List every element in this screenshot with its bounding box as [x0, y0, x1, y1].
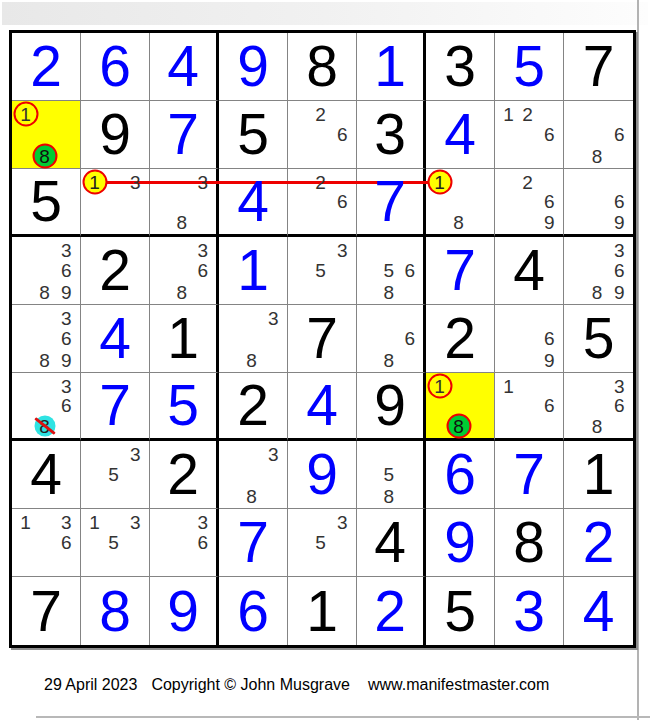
cell-r5c5[interactable]: 7: [288, 305, 357, 373]
cell-r5c3[interactable]: 1: [150, 305, 219, 373]
candidate-6: 6: [609, 190, 630, 211]
candidate-8-cyan-slash: 8: [34, 416, 55, 437]
cell-r8c6[interactable]: 4: [357, 509, 426, 577]
cell-r2c8[interactable]: 126: [495, 101, 564, 169]
candidate-6: 6: [539, 327, 560, 348]
footer: 29 April 2023Copyright © John Musgraveww…: [44, 676, 549, 694]
cell-r7c1[interactable]: 4: [12, 441, 81, 509]
given-digit: 7: [288, 305, 356, 372]
candidate-5: 5: [103, 531, 124, 552]
candidate-3: 3: [56, 512, 77, 533]
cell-r6c3[interactable]: 5: [150, 373, 219, 441]
candidate-6: 6: [192, 259, 213, 280]
cell-r1c5[interactable]: 8: [288, 33, 357, 101]
candidate-8: 8: [378, 349, 399, 370]
footer-website: www.manifestmaster.com: [368, 676, 549, 693]
candidate-3: 3: [125, 172, 146, 193]
candidate-6: 6: [56, 394, 77, 415]
solved-digit: 9: [219, 33, 287, 100]
cell-r9c6[interactable]: 2: [357, 577, 426, 645]
candidate-9: 9: [539, 212, 560, 233]
cell-r4c4[interactable]: 1: [219, 237, 288, 305]
given-digit: 3: [426, 33, 494, 100]
cell-r3c4[interactable]: 4: [219, 169, 288, 237]
cell-r9c7[interactable]: 5: [426, 577, 495, 645]
solved-digit: 2: [12, 33, 80, 100]
candidate-8: 8: [171, 212, 192, 233]
cell-r4c7[interactable]: 7: [426, 237, 495, 305]
given-digit: 8: [495, 509, 563, 576]
candidate-6: 6: [609, 394, 630, 415]
cell-r8c1[interactable]: 136: [12, 509, 81, 577]
cell-r3c1[interactable]: 5: [12, 169, 81, 237]
candidate-9: 9: [539, 349, 560, 370]
given-digit: 5: [219, 101, 287, 168]
cell-r9c8[interactable]: 3: [495, 577, 564, 645]
candidate-1: 1: [84, 512, 105, 533]
solved-digit: 2: [357, 577, 423, 645]
cell-r1c7[interactable]: 3: [426, 33, 495, 101]
solved-digit: 4: [564, 577, 633, 645]
cell-r2c9[interactable]: 68: [564, 101, 633, 169]
cell-r1c3[interactable]: 4: [150, 33, 219, 101]
cell-r7c4[interactable]: 38: [219, 441, 288, 509]
cell-r8c3[interactable]: 36: [150, 509, 219, 577]
cell-r9c4[interactable]: 6: [219, 577, 288, 645]
given-digit: 7: [12, 577, 80, 645]
candidate-5: 5: [103, 463, 124, 484]
candidate-5: 5: [378, 463, 399, 484]
given-digit: 2: [150, 441, 216, 508]
candidate-6: 6: [609, 259, 630, 280]
candidate-9: 9: [56, 349, 77, 370]
solved-digit: 4: [288, 373, 356, 438]
given-digit: 3: [357, 101, 423, 168]
candidate-8: 8: [378, 281, 399, 302]
footer-date: 29 April 2023: [44, 676, 137, 693]
given-digit: 1: [150, 305, 216, 372]
cell-r6c8[interactable]: 16: [495, 373, 564, 441]
cell-r5c8[interactable]: 69: [495, 305, 564, 373]
cell-r3c9[interactable]: 69: [564, 169, 633, 237]
cell-r3c8[interactable]: 269: [495, 169, 564, 237]
candidate-2: 2: [310, 104, 331, 125]
candidate-2: 2: [310, 172, 331, 193]
cell-r2c5[interactable]: 26: [288, 101, 357, 169]
candidate-9: 9: [609, 281, 630, 302]
cell-r9c9[interactable]: 4: [564, 577, 633, 645]
candidate-1: 1: [498, 376, 519, 397]
candidate-3: 3: [609, 376, 630, 397]
solved-digit: 9: [426, 509, 494, 576]
cell-r4c1[interactable]: 3689: [12, 237, 81, 305]
candidate-6: 6: [56, 259, 77, 280]
cell-r3c7[interactable]: 18: [426, 169, 495, 237]
cell-r9c2[interactable]: 8: [81, 577, 150, 645]
candidate-3: 3: [56, 308, 77, 329]
given-digit: 5: [564, 305, 633, 372]
candidate-6: 6: [609, 123, 630, 144]
candidate-6: 6: [192, 531, 213, 552]
candidate-8: 8: [241, 349, 262, 370]
solved-digit: 6: [81, 33, 149, 100]
solved-digit: 7: [219, 509, 287, 576]
solved-digit: 7: [426, 237, 494, 304]
solved-digit: 7: [81, 373, 149, 438]
candidate-6: 6: [56, 531, 77, 552]
cell-r4c6[interactable]: 568: [357, 237, 426, 305]
cell-r3c5[interactable]: 26: [288, 169, 357, 237]
footer-copyright: Copyright © John Musgrave: [151, 676, 350, 693]
candidate-6: 6: [539, 394, 560, 415]
candidate-8: 8: [448, 212, 469, 233]
given-digit: 5: [12, 169, 80, 234]
candidate-3: 3: [332, 240, 353, 261]
candidate-1-yellow-disc: 1: [82, 170, 107, 195]
cell-r4c9[interactable]: 3689: [564, 237, 633, 305]
given-digit: 9: [357, 373, 423, 438]
candidate-3: 3: [56, 376, 77, 397]
candidate-3: 3: [56, 240, 77, 261]
solved-digit: 6: [219, 577, 287, 645]
cell-r8c7[interactable]: 9: [426, 509, 495, 577]
candidate-3: 3: [609, 240, 630, 261]
cell-r6c1[interactable]: 368: [12, 373, 81, 441]
cell-r2c7[interactable]: 4: [426, 101, 495, 169]
solved-digit: 4: [219, 169, 287, 234]
candidate-6: 6: [332, 123, 353, 144]
cell-r1c2[interactable]: 6: [81, 33, 150, 101]
cell-r9c5[interactable]: 1: [288, 577, 357, 645]
cell-r4c5[interactable]: 35: [288, 237, 357, 305]
cell-r5c1[interactable]: 3689: [12, 305, 81, 373]
given-digit: 1: [564, 441, 633, 508]
candidate-6: 6: [56, 327, 77, 348]
given-digit: 5: [426, 577, 494, 645]
candidate-6: 6: [539, 123, 560, 144]
cell-r3c6[interactable]: 7: [357, 169, 426, 237]
candidate-1-red-ring: 1: [427, 374, 452, 399]
given-digit: 4: [12, 441, 80, 508]
solved-digit: 7: [150, 101, 216, 168]
candidate-8: 8: [587, 281, 608, 302]
cell-r1c1[interactable]: 2: [12, 33, 81, 101]
cell-r6c4[interactable]: 2: [219, 373, 288, 441]
given-digit: 9: [81, 101, 149, 168]
cell-r4c8[interactable]: 4: [495, 237, 564, 305]
solved-digit: 5: [495, 33, 563, 100]
candidate-5: 5: [310, 259, 331, 280]
cell-r9c1[interactable]: 7: [12, 577, 81, 645]
cell-r6c7[interactable]: 18: [426, 373, 495, 441]
candidate-3: 3: [192, 512, 213, 533]
candidate-6: 6: [332, 190, 353, 211]
given-digit: 8: [288, 33, 356, 100]
candidate-9: 9: [609, 212, 630, 233]
cell-r2c3[interactable]: 7: [150, 101, 219, 169]
cell-r8c2[interactable]: 135: [81, 509, 150, 577]
candidate-3: 3: [192, 172, 213, 193]
solved-digit: 4: [81, 305, 149, 372]
solved-digit: 1: [219, 237, 287, 304]
cell-r3c2[interactable]: 13: [81, 169, 150, 237]
cell-r7c5[interactable]: 9: [288, 441, 357, 509]
candidate-1: 1: [15, 512, 36, 533]
candidate-3: 3: [125, 444, 146, 465]
solved-digit: 9: [150, 577, 216, 645]
cell-r4c2[interactable]: 2: [81, 237, 150, 305]
cell-r3c3[interactable]: 38: [150, 169, 219, 237]
candidate-2: 2: [517, 172, 538, 193]
candidate-8: 8: [241, 485, 262, 506]
cell-r1c9[interactable]: 7: [564, 33, 633, 101]
cell-r5c6[interactable]: 68: [357, 305, 426, 373]
candidate-8: 8: [587, 145, 608, 166]
candidate-6: 6: [399, 259, 420, 280]
given-digit: 4: [495, 237, 563, 304]
candidate-2: 2: [517, 104, 538, 125]
window-right-edge: [637, 0, 639, 720]
candidate-8-green-disc: 8: [446, 414, 471, 439]
solved-digit: 4: [426, 101, 494, 168]
solved-digit: 3: [495, 577, 563, 645]
solved-digit: 5: [150, 373, 216, 438]
candidate-3: 3: [332, 512, 353, 533]
candidate-1-yellow-disc: 1: [427, 170, 452, 195]
given-digit: 7: [564, 33, 633, 100]
cell-r2c2[interactable]: 9: [81, 101, 150, 169]
cell-r5c7[interactable]: 2: [426, 305, 495, 373]
solved-digit: 2: [564, 509, 633, 576]
candidate-8: 8: [171, 281, 192, 302]
candidate-1: 1: [498, 104, 519, 125]
candidate-6: 6: [399, 327, 420, 348]
cell-r7c9[interactable]: 1: [564, 441, 633, 509]
candidate-5: 5: [310, 531, 331, 552]
candidate-8: 8: [34, 281, 55, 302]
cell-r2c1[interactable]: 18: [12, 101, 81, 169]
cell-r6c6[interactable]: 9: [357, 373, 426, 441]
candidate-8: 8: [34, 349, 55, 370]
cell-r8c5[interactable]: 35: [288, 509, 357, 577]
solved-digit: 4: [150, 33, 216, 100]
cell-r7c8[interactable]: 7: [495, 441, 564, 509]
candidate-8-green-disc: 8: [32, 143, 57, 168]
cell-r1c8[interactable]: 5: [495, 33, 564, 101]
given-digit: 1: [288, 577, 356, 645]
cell-r6c2[interactable]: 7: [81, 373, 150, 441]
cell-r1c6[interactable]: 1: [357, 33, 426, 101]
cell-r7c7[interactable]: 6: [426, 441, 495, 509]
cell-r8c4[interactable]: 7: [219, 509, 288, 577]
cell-r2c4[interactable]: 5: [219, 101, 288, 169]
cell-r6c9[interactable]: 368: [564, 373, 633, 441]
candidate-3: 3: [125, 512, 146, 533]
candidate-3: 3: [263, 444, 284, 465]
given-digit: 2: [426, 305, 494, 372]
cell-r8c8[interactable]: 8: [495, 509, 564, 577]
cell-r7c2[interactable]: 35: [81, 441, 150, 509]
window-top-band: [2, 2, 648, 25]
window-bottom-edge: [36, 716, 650, 718]
solved-digit: 7: [495, 441, 563, 508]
sudoku-board: 2649813571897526341266851338426718269693…: [9, 30, 636, 648]
solved-digit: 6: [426, 441, 494, 508]
cell-r4c3[interactable]: 368: [150, 237, 219, 305]
cell-r5c4[interactable]: 38: [219, 305, 288, 373]
candidate-6: 6: [539, 190, 560, 211]
given-digit: 2: [219, 373, 287, 438]
cell-r7c6[interactable]: 58: [357, 441, 426, 509]
candidate-3: 3: [263, 308, 284, 329]
cell-r5c9[interactable]: 5: [564, 305, 633, 373]
given-digit: 4: [357, 509, 423, 576]
solved-digit: 1: [357, 33, 423, 100]
candidate-8: 8: [378, 485, 399, 506]
candidate-1-red-ring: 1: [13, 102, 38, 127]
candidate-5: 5: [378, 259, 399, 280]
solved-digit: 8: [81, 577, 149, 645]
candidate-3: 3: [192, 240, 213, 261]
cell-r9c3[interactable]: 9: [150, 577, 219, 645]
solved-digit: 7: [357, 169, 423, 234]
cell-r1c4[interactable]: 9: [219, 33, 288, 101]
candidate-8: 8: [587, 416, 608, 437]
solved-digit: 9: [288, 441, 356, 508]
cell-r5c2[interactable]: 4: [81, 305, 150, 373]
cell-r6c5[interactable]: 4: [288, 373, 357, 441]
cell-r2c6[interactable]: 3: [357, 101, 426, 169]
cell-r7c3[interactable]: 2: [150, 441, 219, 509]
cell-r8c9[interactable]: 2: [564, 509, 633, 577]
candidate-9: 9: [56, 281, 77, 302]
given-digit: 2: [81, 237, 149, 304]
